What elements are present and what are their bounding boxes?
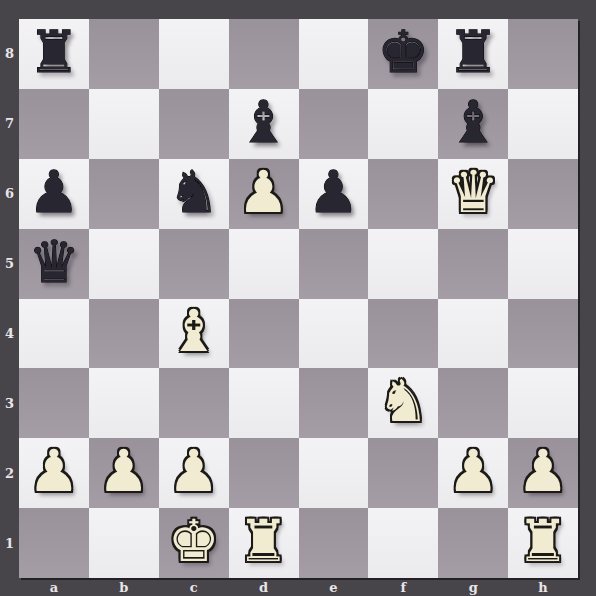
square-h3[interactable] — [508, 368, 578, 438]
square-h5[interactable] — [508, 229, 578, 299]
square-g8[interactable]: ♜ — [438, 19, 508, 89]
piece-black-queen-a5[interactable]: ♛ — [28, 233, 80, 291]
square-e7[interactable] — [299, 89, 369, 159]
file-label-e: e — [299, 578, 369, 596]
square-b6[interactable] — [89, 159, 159, 229]
piece-black-knight-c6[interactable]: ♞ — [168, 163, 220, 221]
file-label-h: h — [508, 578, 578, 596]
rank-label-6: 6 — [0, 159, 19, 229]
file-label-a: a — [19, 578, 89, 596]
square-f2[interactable] — [368, 438, 438, 508]
square-f3[interactable]: ♞ — [368, 368, 438, 438]
piece-white-bishop-c4[interactable]: ♝ — [168, 302, 220, 360]
square-f5[interactable] — [368, 229, 438, 299]
piece-white-pawn-b2[interactable]: ♟ — [98, 442, 150, 500]
square-f8[interactable]: ♚ — [368, 19, 438, 89]
piece-black-rook-g8[interactable]: ♜ — [447, 23, 499, 81]
square-d2[interactable] — [229, 438, 299, 508]
file-label-d: d — [229, 578, 299, 596]
square-d6[interactable]: ♟ — [229, 159, 299, 229]
square-a3[interactable] — [19, 368, 89, 438]
square-g1[interactable] — [438, 508, 508, 578]
rank-labels: 87654321 — [0, 19, 19, 578]
square-b7[interactable] — [89, 89, 159, 159]
piece-white-pawn-d6[interactable]: ♟ — [238, 163, 290, 221]
file-label-f: f — [368, 578, 438, 596]
square-c7[interactable] — [159, 89, 229, 159]
square-g3[interactable] — [438, 368, 508, 438]
piece-black-rook-a8[interactable]: ♜ — [28, 23, 80, 81]
square-e6[interactable]: ♟ — [299, 159, 369, 229]
square-a8[interactable]: ♜ — [19, 19, 89, 89]
square-h2[interactable]: ♟ — [508, 438, 578, 508]
square-b1[interactable] — [89, 508, 159, 578]
piece-white-knight-f3[interactable]: ♞ — [377, 372, 429, 430]
square-b3[interactable] — [89, 368, 159, 438]
square-a5[interactable]: ♛ — [19, 229, 89, 299]
square-e3[interactable] — [299, 368, 369, 438]
square-b4[interactable] — [89, 299, 159, 369]
square-c5[interactable] — [159, 229, 229, 299]
piece-white-pawn-c2[interactable]: ♟ — [168, 442, 220, 500]
square-c8[interactable] — [159, 19, 229, 89]
square-b8[interactable] — [89, 19, 159, 89]
square-f6[interactable] — [368, 159, 438, 229]
rank-label-3: 3 — [0, 368, 19, 438]
file-label-c: c — [159, 578, 229, 596]
rank-label-8: 8 — [0, 19, 19, 89]
square-c4[interactable]: ♝ — [159, 299, 229, 369]
square-e2[interactable] — [299, 438, 369, 508]
rank-label-2: 2 — [0, 438, 19, 508]
square-f4[interactable] — [368, 299, 438, 369]
piece-black-pawn-a6[interactable]: ♟ — [28, 163, 80, 221]
rank-label-4: 4 — [0, 299, 19, 369]
square-a6[interactable]: ♟ — [19, 159, 89, 229]
square-h7[interactable] — [508, 89, 578, 159]
square-e1[interactable] — [299, 508, 369, 578]
square-h4[interactable] — [508, 299, 578, 369]
square-e5[interactable] — [299, 229, 369, 299]
square-d5[interactable] — [229, 229, 299, 299]
square-a4[interactable] — [19, 299, 89, 369]
square-f7[interactable] — [368, 89, 438, 159]
square-a7[interactable] — [19, 89, 89, 159]
square-g5[interactable] — [438, 229, 508, 299]
square-g4[interactable] — [438, 299, 508, 369]
square-d7[interactable]: ♝ — [229, 89, 299, 159]
square-d8[interactable] — [229, 19, 299, 89]
file-label-b: b — [89, 578, 159, 596]
square-f1[interactable] — [368, 508, 438, 578]
rank-label-7: 7 — [0, 89, 19, 159]
rank-label-5: 5 — [0, 229, 19, 299]
square-c1[interactable]: ♚ — [159, 508, 229, 578]
square-d4[interactable] — [229, 299, 299, 369]
piece-white-pawn-h2[interactable]: ♟ — [517, 442, 569, 500]
piece-white-rook-h1[interactable]: ♜ — [517, 512, 569, 570]
square-h8[interactable] — [508, 19, 578, 89]
square-a2[interactable]: ♟ — [19, 438, 89, 508]
piece-black-bishop-g7[interactable]: ♝ — [447, 93, 499, 151]
square-b5[interactable] — [89, 229, 159, 299]
square-a1[interactable] — [19, 508, 89, 578]
piece-white-king-c1[interactable]: ♚ — [168, 512, 220, 570]
piece-black-bishop-d7[interactable]: ♝ — [238, 93, 290, 151]
square-e8[interactable] — [299, 19, 369, 89]
chess-board-frame: 87654321 ♜♚♜♝♝♟♞♟♟♛♛♝♞♟♟♟♟♟♚♜♜ abcdefgh — [0, 0, 596, 596]
square-d3[interactable] — [229, 368, 299, 438]
rank-label-1: 1 — [0, 508, 19, 578]
piece-black-pawn-e6[interactable]: ♟ — [307, 163, 359, 221]
piece-white-rook-d1[interactable]: ♜ — [238, 512, 290, 570]
square-h6[interactable] — [508, 159, 578, 229]
square-c3[interactable] — [159, 368, 229, 438]
file-label-g: g — [438, 578, 508, 596]
square-g6[interactable]: ♛ — [438, 159, 508, 229]
square-e4[interactable] — [299, 299, 369, 369]
square-b2[interactable]: ♟ — [89, 438, 159, 508]
square-h1[interactable]: ♜ — [508, 508, 578, 578]
square-d1[interactable]: ♜ — [229, 508, 299, 578]
square-g7[interactable]: ♝ — [438, 89, 508, 159]
square-c6[interactable]: ♞ — [159, 159, 229, 229]
file-labels: abcdefgh — [19, 578, 578, 596]
piece-white-queen-g6[interactable]: ♛ — [447, 163, 499, 221]
square-c2[interactable]: ♟ — [159, 438, 229, 508]
chess-board: ♜♚♜♝♝♟♞♟♟♛♛♝♞♟♟♟♟♟♚♜♜ — [19, 19, 578, 578]
piece-black-king-f8[interactable]: ♚ — [377, 23, 429, 81]
piece-white-pawn-g2[interactable]: ♟ — [447, 442, 499, 500]
piece-white-pawn-a2[interactable]: ♟ — [28, 442, 80, 500]
square-g2[interactable]: ♟ — [438, 438, 508, 508]
